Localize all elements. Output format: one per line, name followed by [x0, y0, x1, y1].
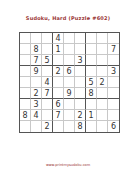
page-title: Sudoku, Hard (Puzzle #602): [0, 15, 136, 21]
cell-r5c1: [20, 77, 31, 88]
cell-r7c3: [42, 99, 53, 110]
cell-r7c7: [86, 99, 97, 110]
cell-r6c1: [20, 88, 31, 99]
cell-r1c1: [20, 33, 31, 44]
cell-r6c3: 7: [42, 88, 53, 99]
cell-r1c4: 4: [53, 33, 64, 44]
cell-r6c9: [108, 88, 119, 99]
cell-r8c7: 1: [86, 110, 97, 121]
cell-r2c2: 8: [31, 44, 42, 55]
cell-r9c6: 8: [75, 121, 86, 132]
cell-r9c2: [31, 121, 42, 132]
cell-r4c6: [75, 66, 86, 77]
cell-r9c3: 2: [42, 121, 53, 132]
cell-r2c8: [97, 44, 108, 55]
cell-r2c1: [20, 44, 31, 55]
cell-r2c6: [75, 44, 86, 55]
cell-r1c2: [31, 33, 42, 44]
cell-r8c5: [64, 110, 75, 121]
cell-r5c2: [31, 77, 42, 88]
cell-r9c9: 6: [108, 121, 119, 132]
cell-r9c4: [53, 121, 64, 132]
cell-r7c5: [64, 99, 75, 110]
cell-r4c2: 9: [31, 66, 42, 77]
cell-r7c1: [20, 99, 31, 110]
cell-r9c1: [20, 121, 31, 132]
cell-r3c7: [86, 55, 97, 66]
cell-r3c6: 3: [75, 55, 86, 66]
cell-r6c5: 9: [64, 88, 75, 99]
cell-r2c3: [42, 44, 53, 55]
cell-r9c5: [64, 121, 75, 132]
cell-r6c6: [75, 88, 86, 99]
footer-url: www.printmysudoku.com: [0, 163, 136, 167]
cell-r2c5: [64, 44, 75, 55]
cell-r5c9: [108, 77, 119, 88]
cell-r7c4: 6: [53, 99, 64, 110]
cell-r5c5: [64, 77, 75, 88]
cell-r6c4: [53, 88, 64, 99]
cell-r8c6: 2: [75, 110, 86, 121]
cell-r2c9: 7: [108, 44, 119, 55]
cell-r7c8: [97, 99, 108, 110]
cell-r3c2: 7: [31, 55, 42, 66]
cell-r8c4: 7: [53, 110, 64, 121]
cell-r1c3: [42, 33, 53, 44]
cell-r1c7: [86, 33, 97, 44]
cell-r1c9: [108, 33, 119, 44]
cell-r5c3: 4: [42, 77, 53, 88]
cell-r1c8: [97, 33, 108, 44]
cell-r3c3: 5: [42, 55, 53, 66]
cell-r7c6: [75, 99, 86, 110]
cell-r4c5: 6: [64, 66, 75, 77]
cell-r3c9: [108, 55, 119, 66]
cell-r7c2: 3: [31, 99, 42, 110]
cell-r8c8: [97, 110, 108, 121]
cell-r3c8: [97, 55, 108, 66]
cell-r8c2: 4: [31, 110, 42, 121]
cell-r3c4: [53, 55, 64, 66]
cell-r6c7: 8: [86, 88, 97, 99]
cell-r8c9: [108, 110, 119, 121]
cell-r2c4: 1: [53, 44, 64, 55]
cell-r8c1: 8: [20, 110, 31, 121]
cell-r5c6: [75, 77, 86, 88]
sudoku-board: 4817753926345227983684721286: [19, 32, 120, 133]
cell-r5c4: [53, 77, 64, 88]
cell-r6c8: [97, 88, 108, 99]
cell-r3c1: [20, 55, 31, 66]
cell-r5c8: 2: [97, 77, 108, 88]
cell-r4c3: [42, 66, 53, 77]
cell-r8c3: [42, 110, 53, 121]
cell-r7c9: [108, 99, 119, 110]
cell-r1c5: [64, 33, 75, 44]
cell-r6c2: 2: [31, 88, 42, 99]
cell-r4c9: 3: [108, 66, 119, 77]
cell-r9c8: [97, 121, 108, 132]
cell-r2c7: [86, 44, 97, 55]
cell-r9c7: [86, 121, 97, 132]
cell-r4c1: [20, 66, 31, 77]
cell-r5c7: 5: [86, 77, 97, 88]
cell-r1c6: [75, 33, 86, 44]
cell-r4c7: [86, 66, 97, 77]
cell-r3c5: [64, 55, 75, 66]
cell-r4c8: [97, 66, 108, 77]
cell-r4c4: 2: [53, 66, 64, 77]
